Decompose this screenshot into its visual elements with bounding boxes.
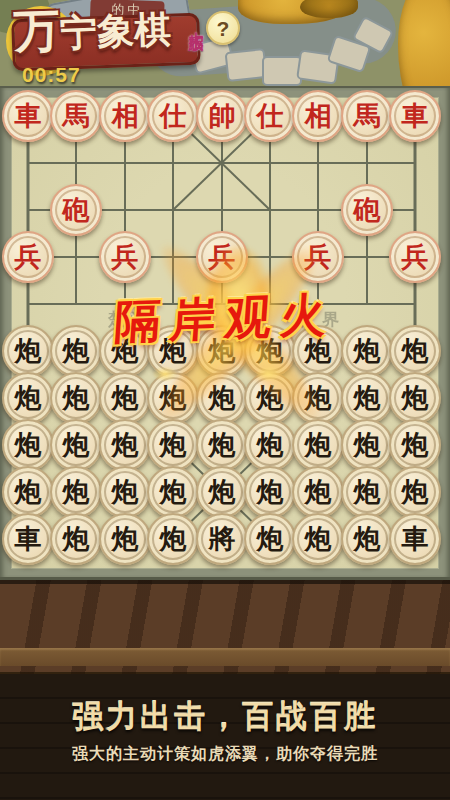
piece-black-cannon[interactable]: 炮 bbox=[50, 419, 102, 471]
piece-black-cannon[interactable]: 炮 bbox=[99, 466, 151, 518]
piece-red-chariot[interactable]: 車 bbox=[389, 90, 441, 142]
piece-black-cannon[interactable]: 炮 bbox=[341, 466, 393, 518]
piece-black-chariot[interactable]: 車 bbox=[2, 513, 54, 565]
piece-black-cannon[interactable]: 炮 bbox=[50, 372, 102, 424]
piece-red-soldier[interactable]: 兵 bbox=[389, 231, 441, 283]
piece-red-soldier[interactable]: 兵 bbox=[196, 231, 248, 283]
piece-black-cannon[interactable]: 炮 bbox=[196, 372, 248, 424]
timer: 00:57 bbox=[22, 63, 81, 87]
piece-black-cannon[interactable]: 炮 bbox=[389, 372, 441, 424]
app-title: 万宁象棋 bbox=[13, 3, 201, 57]
piece-black-cannon[interactable]: 炮 bbox=[244, 466, 296, 518]
promo-subline: 强大的主动计策如虎添翼，助你夺得完胜 bbox=[0, 744, 450, 765]
app-screen: 的中 万宁象棋 大招版 ? 00:57 楚河 汉界 車馬相仕帥仕相馬車砲砲兵兵兵… bbox=[0, 0, 450, 800]
piece-red-advisor[interactable]: 仕 bbox=[244, 90, 296, 142]
help-button[interactable]: ? bbox=[206, 11, 240, 45]
piece-red-horse[interactable]: 馬 bbox=[341, 90, 393, 142]
promo-banner[interactable]: 强力出击，百战百胜 强大的主动计策如虎添翼，助你夺得完胜 bbox=[0, 674, 450, 800]
piece-red-soldier[interactable]: 兵 bbox=[2, 231, 54, 283]
piece-red-chariot[interactable]: 車 bbox=[2, 90, 54, 142]
piece-black-cannon[interactable]: 炮 bbox=[99, 372, 151, 424]
piece-black-cannon[interactable]: 炮 bbox=[147, 466, 199, 518]
path-tile bbox=[262, 56, 302, 86]
piece-red-cannon[interactable]: 砲 bbox=[341, 184, 393, 236]
piece-black-cannon[interactable]: 炮 bbox=[99, 513, 151, 565]
piece-red-horse[interactable]: 馬 bbox=[50, 90, 102, 142]
piece-black-cannon[interactable]: 炮 bbox=[50, 513, 102, 565]
piece-black-cannon[interactable]: 炮 bbox=[292, 419, 344, 471]
piece-red-cannon[interactable]: 砲 bbox=[50, 184, 102, 236]
piece-black-cannon[interactable]: 炮 bbox=[147, 419, 199, 471]
piece-black-general[interactable]: 將 bbox=[196, 513, 248, 565]
app-edition-label: 大招版 bbox=[188, 20, 205, 26]
piece-red-soldier[interactable]: 兵 bbox=[292, 231, 344, 283]
piece-black-cannon[interactable]: 炮 bbox=[389, 466, 441, 518]
piece-black-cannon[interactable]: 炮 bbox=[292, 466, 344, 518]
piece-black-cannon[interactable]: 炮 bbox=[389, 419, 441, 471]
piece-black-cannon[interactable]: 炮 bbox=[2, 419, 54, 471]
piece-black-cannon[interactable]: 炮 bbox=[341, 372, 393, 424]
piece-black-cannon[interactable]: 炮 bbox=[341, 419, 393, 471]
piece-red-elephant[interactable]: 相 bbox=[99, 90, 151, 142]
piece-black-cannon[interactable]: 炮 bbox=[244, 419, 296, 471]
wooden-step bbox=[0, 580, 450, 674]
piece-black-cannon[interactable]: 炮 bbox=[147, 372, 199, 424]
piece-black-cannon[interactable]: 炮 bbox=[244, 372, 296, 424]
piece-black-cannon[interactable]: 炮 bbox=[244, 513, 296, 565]
piece-red-general[interactable]: 帥 bbox=[196, 90, 248, 142]
piece-red-advisor[interactable]: 仕 bbox=[147, 90, 199, 142]
piece-black-cannon[interactable]: 炮 bbox=[50, 466, 102, 518]
piece-black-cannon[interactable]: 炮 bbox=[196, 466, 248, 518]
piece-red-elephant[interactable]: 相 bbox=[292, 90, 344, 142]
piece-black-cannon[interactable]: 炮 bbox=[292, 372, 344, 424]
piece-black-cannon[interactable]: 炮 bbox=[99, 419, 151, 471]
piece-black-cannon[interactable]: 炮 bbox=[2, 466, 54, 518]
piece-black-cannon[interactable]: 炮 bbox=[2, 372, 54, 424]
wood-edge-strip bbox=[0, 648, 450, 666]
piece-black-cannon[interactable]: 炮 bbox=[341, 513, 393, 565]
piece-red-soldier[interactable]: 兵 bbox=[99, 231, 151, 283]
piece-black-cannon[interactable]: 炮 bbox=[147, 513, 199, 565]
promo-headline: 强力出击，百战百胜 bbox=[0, 696, 450, 738]
piece-black-chariot[interactable]: 車 bbox=[389, 513, 441, 565]
piece-black-cannon[interactable]: 炮 bbox=[196, 419, 248, 471]
piece-black-cannon[interactable]: 炮 bbox=[292, 513, 344, 565]
